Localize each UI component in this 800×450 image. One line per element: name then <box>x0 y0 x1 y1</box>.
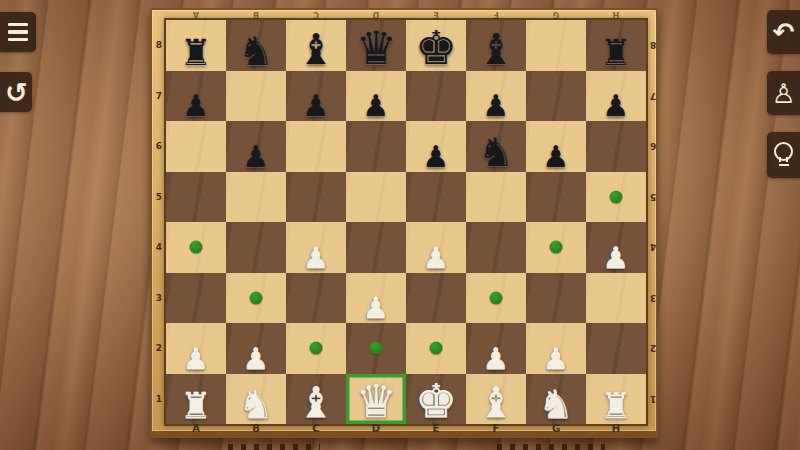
file-label-bottom-a: A <box>192 423 200 434</box>
square-b5[interactable] <box>226 172 286 223</box>
square-d1[interactable]: ♛ <box>346 374 406 425</box>
piece-white-king[interactable]: ♚ <box>415 377 457 424</box>
legal-move-dot[interactable] <box>190 241 203 254</box>
square-g3[interactable] <box>526 273 586 324</box>
piece-white-pawn[interactable]: ♟ <box>363 293 390 323</box>
square-a4[interactable] <box>166 222 226 273</box>
square-d3[interactable]: ♟ <box>346 273 406 324</box>
hint-button[interactable] <box>767 132 800 178</box>
piece-black-pawn[interactable]: ♟ <box>183 91 210 121</box>
undo-button[interactable]: ↶ <box>767 10 800 54</box>
square-a1[interactable]: ♜ <box>166 374 226 425</box>
square-e3[interactable] <box>406 273 466 324</box>
square-a6[interactable] <box>166 121 226 172</box>
square-e8[interactable]: ♚ <box>406 20 466 71</box>
piece-black-king[interactable]: ♚ <box>415 24 457 71</box>
square-e2[interactable] <box>406 323 466 374</box>
square-h1[interactable]: ♜ <box>586 374 646 425</box>
cropped-caption-fragment <box>228 444 320 450</box>
piece-black-pawn[interactable]: ♟ <box>423 142 450 172</box>
rank-label-left-7: 7 <box>156 91 162 101</box>
piece-black-pawn[interactable]: ♟ <box>603 91 630 121</box>
square-b7[interactable] <box>226 71 286 122</box>
square-b8[interactable]: ♞ <box>226 20 286 71</box>
file-label-top-a: A <box>193 10 199 19</box>
pawn-player-icon: ♙ <box>771 80 795 107</box>
square-h6[interactable] <box>586 121 646 172</box>
file-label-top-c: C <box>313 10 319 19</box>
square-g6[interactable]: ♟ <box>526 121 586 172</box>
piece-white-pawn[interactable]: ♟ <box>183 344 210 374</box>
square-e4[interactable]: ♟ <box>406 222 466 273</box>
piece-black-pawn[interactable]: ♟ <box>483 91 510 121</box>
square-g8[interactable] <box>526 20 586 71</box>
square-g7[interactable] <box>526 71 586 122</box>
square-d2[interactable] <box>346 323 406 374</box>
piece-black-rook[interactable]: ♜ <box>180 35 212 71</box>
rank-label-right-8: 8 <box>650 40 656 50</box>
piece-white-bishop[interactable]: ♝ <box>477 382 515 424</box>
square-f3[interactable] <box>466 273 526 324</box>
square-c6[interactable] <box>286 121 346 172</box>
rank-label-left-1: 1 <box>156 394 162 404</box>
square-c4[interactable]: ♟ <box>286 222 346 273</box>
piece-white-pawn[interactable]: ♟ <box>483 344 510 374</box>
piece-white-rook[interactable]: ♜ <box>180 388 212 424</box>
square-d8[interactable]: ♛ <box>346 20 406 71</box>
piece-white-pawn[interactable]: ♟ <box>543 344 570 374</box>
piece-white-pawn[interactable]: ♟ <box>303 243 330 273</box>
square-b6[interactable]: ♟ <box>226 121 286 172</box>
rank-label-right-3: 3 <box>650 293 656 303</box>
board-squares: ♜♞♝♛♚♝♜♟♟♟♟♟♟♟♞♟♟♟♟♟♟♟♟♟♜♞♝♛♚♝♞♜ <box>164 18 648 426</box>
piece-black-knight[interactable]: ♞ <box>478 132 514 172</box>
square-b3[interactable] <box>226 273 286 324</box>
square-c7[interactable]: ♟ <box>286 71 346 122</box>
piece-white-bishop[interactable]: ♝ <box>297 382 335 424</box>
square-g5[interactable] <box>526 172 586 223</box>
piece-black-pawn[interactable]: ♟ <box>243 142 270 172</box>
square-d4[interactable] <box>346 222 406 273</box>
file-label-bottom-b: B <box>252 423 260 434</box>
file-label-top-h: H <box>613 10 620 19</box>
file-label-bottom-h: H <box>612 423 620 434</box>
chess-board: ♜♞♝♛♚♝♜♟♟♟♟♟♟♟♞♟♟♟♟♟♟♟♟♟♜♞♝♛♚♝♞♜ 8877665… <box>150 8 658 438</box>
square-c3[interactable] <box>286 273 346 324</box>
piece-black-pawn[interactable]: ♟ <box>363 91 390 121</box>
piece-black-pawn[interactable]: ♟ <box>303 91 330 121</box>
square-g2[interactable]: ♟ <box>526 323 586 374</box>
file-label-bottom-d: D <box>372 423 380 434</box>
legal-move-dot[interactable] <box>310 342 323 355</box>
rank-label-right-2: 2 <box>650 343 656 353</box>
square-e6[interactable]: ♟ <box>406 121 466 172</box>
square-b2[interactable]: ♟ <box>226 323 286 374</box>
rank-label-right-5: 5 <box>650 192 656 202</box>
file-label-bottom-f: F <box>493 423 500 434</box>
square-a5[interactable] <box>166 172 226 223</box>
square-b4[interactable] <box>226 222 286 273</box>
legal-move-dot[interactable] <box>550 241 563 254</box>
legal-move-dot[interactable] <box>250 291 263 304</box>
rank-label-right-6: 6 <box>650 141 656 151</box>
menu-button[interactable] <box>0 12 36 52</box>
piece-white-knight[interactable]: ♞ <box>538 384 574 424</box>
square-c1[interactable]: ♝ <box>286 374 346 425</box>
piece-white-pawn[interactable]: ♟ <box>243 344 270 374</box>
legal-move-dot[interactable] <box>370 342 383 355</box>
piece-white-pawn[interactable]: ♟ <box>603 243 630 273</box>
file-label-top-e: E <box>433 10 438 19</box>
rank-label-right-4: 4 <box>650 242 656 252</box>
file-label-bottom-c: C <box>312 423 319 434</box>
square-h5[interactable] <box>586 172 646 223</box>
square-b1[interactable]: ♞ <box>226 374 286 425</box>
square-a3[interactable] <box>166 273 226 324</box>
piece-black-bishop[interactable]: ♝ <box>477 29 515 71</box>
square-a8[interactable]: ♜ <box>166 20 226 71</box>
square-d7[interactable]: ♟ <box>346 71 406 122</box>
square-h7[interactable]: ♟ <box>586 71 646 122</box>
piece-black-knight[interactable]: ♞ <box>238 31 274 71</box>
square-d6[interactable] <box>346 121 406 172</box>
square-f5[interactable] <box>466 172 526 223</box>
legal-move-dot[interactable] <box>610 190 623 203</box>
piece-white-pawn[interactable]: ♟ <box>423 243 450 273</box>
square-a7[interactable]: ♟ <box>166 71 226 122</box>
piece-black-rook[interactable]: ♜ <box>600 35 632 71</box>
square-h3[interactable] <box>586 273 646 324</box>
player-mode-button[interactable]: ♙ <box>767 71 800 115</box>
square-f6[interactable]: ♞ <box>466 121 526 172</box>
square-c8[interactable]: ♝ <box>286 20 346 71</box>
square-f8[interactable]: ♝ <box>466 20 526 71</box>
square-e5[interactable] <box>406 172 466 223</box>
file-label-top-f: F <box>493 10 498 19</box>
piece-black-pawn[interactable]: ♟ <box>543 142 570 172</box>
square-c5[interactable] <box>286 172 346 223</box>
rank-label-left-8: 8 <box>156 40 162 50</box>
rank-label-left-2: 2 <box>156 343 162 353</box>
piece-black-bishop[interactable]: ♝ <box>297 29 335 71</box>
hamburger-icon <box>8 23 28 42</box>
restart-icon: ↻ <box>5 79 28 106</box>
square-f7[interactable]: ♟ <box>466 71 526 122</box>
square-d5[interactable] <box>346 172 406 223</box>
file-label-top-d: D <box>373 10 380 19</box>
restart-button[interactable]: ↻ <box>0 72 32 112</box>
square-e1[interactable]: ♚ <box>406 374 466 425</box>
piece-white-queen[interactable]: ♛ <box>355 378 396 424</box>
square-h8[interactable]: ♜ <box>586 20 646 71</box>
square-f2[interactable]: ♟ <box>466 323 526 374</box>
legal-move-dot[interactable] <box>430 342 443 355</box>
undo-arrow-icon: ↶ <box>773 19 795 45</box>
square-h2[interactable] <box>586 323 646 374</box>
square-g1[interactable]: ♞ <box>526 374 586 425</box>
file-label-bottom-g: G <box>552 423 560 434</box>
rank-label-right-7: 7 <box>650 91 656 101</box>
square-f1[interactable]: ♝ <box>466 374 526 425</box>
rank-label-left-6: 6 <box>156 141 162 151</box>
square-c2[interactable] <box>286 323 346 374</box>
square-g4[interactable] <box>526 222 586 273</box>
rank-label-left-3: 3 <box>156 293 162 303</box>
legal-move-dot[interactable] <box>490 291 503 304</box>
file-label-bottom-e: E <box>433 423 440 434</box>
rank-label-right-1: 1 <box>650 394 656 404</box>
piece-white-rook[interactable]: ♜ <box>600 388 632 424</box>
lightbulb-icon <box>774 142 793 161</box>
square-h4[interactable]: ♟ <box>586 222 646 273</box>
rank-label-left-4: 4 <box>156 242 162 252</box>
square-a2[interactable]: ♟ <box>166 323 226 374</box>
square-e7[interactable] <box>406 71 466 122</box>
piece-black-queen[interactable]: ♛ <box>355 25 396 71</box>
rank-label-left-5: 5 <box>156 192 162 202</box>
file-label-top-g: G <box>553 10 560 19</box>
file-label-top-b: B <box>253 10 259 19</box>
square-f4[interactable] <box>466 222 526 273</box>
piece-white-knight[interactable]: ♞ <box>238 384 274 424</box>
cropped-caption-fragment <box>497 444 605 450</box>
